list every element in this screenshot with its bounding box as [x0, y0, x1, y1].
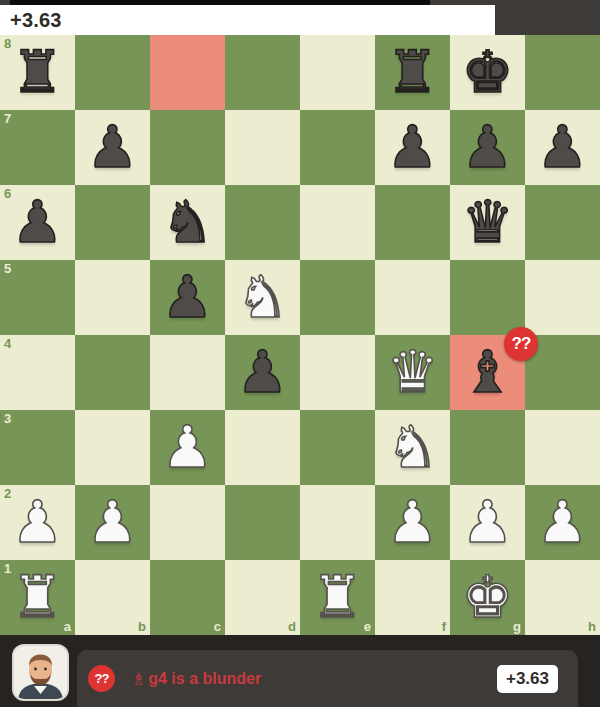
square-b6[interactable] [75, 185, 150, 260]
square-e8[interactable] [300, 35, 375, 110]
square-d8[interactable] [225, 35, 300, 110]
file-label-d: d [288, 620, 296, 633]
piece-black-queen[interactable]: ♛ [462, 185, 514, 260]
square-b2[interactable]: ♟ [75, 485, 150, 560]
file-label-e: e [364, 620, 371, 633]
piece-white-pawn[interactable]: ♟ [387, 485, 439, 560]
bishop-icon: ♗ [131, 669, 146, 689]
square-b5[interactable] [75, 260, 150, 335]
chess-board: 8♜♜♚7♟♟♟♟6♟♞♛5♟♞4♟♛♝??3♟♞2♟♟♟♟♟1a♜bcde♜f… [0, 35, 600, 635]
square-f4[interactable]: ♛ [375, 335, 450, 410]
piece-white-pawn[interactable]: ♟ [87, 485, 139, 560]
square-c5[interactable]: ♟ [150, 260, 225, 335]
square-f1[interactable]: f [375, 560, 450, 635]
rank-label-5: 5 [4, 262, 11, 275]
square-a1[interactable]: 1a♜ [0, 560, 75, 635]
blunder-move-badge: ?? [504, 327, 538, 361]
square-f8[interactable]: ♜ [375, 35, 450, 110]
square-g6[interactable]: ♛ [450, 185, 525, 260]
rank-label-3: 3 [4, 412, 11, 425]
piece-white-pawn[interactable]: ♟ [12, 485, 64, 560]
rank-label-6: 6 [4, 187, 11, 200]
piece-black-pawn[interactable]: ♟ [237, 335, 289, 410]
square-d5[interactable]: ♞ [225, 260, 300, 335]
square-c8[interactable] [150, 35, 225, 110]
piece-black-pawn[interactable]: ♟ [462, 110, 514, 185]
piece-white-knight[interactable]: ♞ [237, 260, 289, 335]
evaluation-bar-white-fill: +3.63 [0, 5, 495, 35]
piece-white-pawn[interactable]: ♟ [162, 410, 214, 485]
square-f2[interactable]: ♟ [375, 485, 450, 560]
square-g2[interactable]: ♟ [450, 485, 525, 560]
feedback-bar: ?? ♗ g4 is a blunder +3.63 [0, 635, 600, 707]
square-e5[interactable] [300, 260, 375, 335]
square-e1[interactable]: e♜ [300, 560, 375, 635]
square-d7[interactable] [225, 110, 300, 185]
piece-white-pawn[interactable]: ♟ [537, 485, 589, 560]
square-a4[interactable]: 4 [0, 335, 75, 410]
square-e2[interactable] [300, 485, 375, 560]
blunder-message-text: g4 is a blunder [148, 670, 261, 688]
square-b4[interactable] [75, 335, 150, 410]
square-d2[interactable] [225, 485, 300, 560]
piece-black-knight[interactable]: ♞ [162, 185, 214, 260]
square-f6[interactable] [375, 185, 450, 260]
square-h8[interactable] [525, 35, 600, 110]
square-h6[interactable] [525, 185, 600, 260]
piece-black-rook[interactable]: ♜ [12, 35, 64, 110]
square-b8[interactable] [75, 35, 150, 110]
square-b3[interactable] [75, 410, 150, 485]
blunder-badge-icon: ?? [88, 665, 115, 692]
blunder-message: ♗ g4 is a blunder [131, 669, 261, 689]
piece-black-pawn[interactable]: ♟ [12, 185, 64, 260]
eval-badge: +3.63 [497, 665, 558, 693]
square-c6[interactable]: ♞ [150, 185, 225, 260]
square-g4[interactable]: ♝?? [450, 335, 525, 410]
square-g5[interactable] [450, 260, 525, 335]
square-e3[interactable] [300, 410, 375, 485]
square-h1[interactable]: h [525, 560, 600, 635]
piece-black-rook[interactable]: ♜ [387, 35, 439, 110]
file-label-h: h [588, 620, 596, 633]
square-a2[interactable]: 2♟ [0, 485, 75, 560]
square-e4[interactable] [300, 335, 375, 410]
square-b7[interactable]: ♟ [75, 110, 150, 185]
rank-label-8: 8 [4, 37, 11, 50]
square-g8[interactable]: ♚ [450, 35, 525, 110]
rank-label-7: 7 [4, 112, 11, 125]
square-a5[interactable]: 5 [0, 260, 75, 335]
piece-black-pawn[interactable]: ♟ [162, 260, 214, 335]
square-f3[interactable]: ♞ [375, 410, 450, 485]
square-h5[interactable] [525, 260, 600, 335]
piece-white-rook[interactable]: ♜ [12, 560, 64, 635]
file-label-f: f [442, 620, 446, 633]
rank-label-4: 4 [4, 337, 11, 350]
square-h7[interactable]: ♟ [525, 110, 600, 185]
evaluation-bar: +3.63 [0, 0, 600, 35]
piece-white-knight[interactable]: ♞ [387, 410, 439, 485]
square-g3[interactable] [450, 410, 525, 485]
square-c1[interactable]: c [150, 560, 225, 635]
square-e7[interactable] [300, 110, 375, 185]
rank-label-2: 2 [4, 487, 11, 500]
piece-white-king[interactable]: ♚ [462, 560, 514, 635]
square-d3[interactable] [225, 410, 300, 485]
square-d1[interactable]: d [225, 560, 300, 635]
square-f5[interactable] [375, 260, 450, 335]
square-a8[interactable]: 8♜ [0, 35, 75, 110]
square-g7[interactable]: ♟ [450, 110, 525, 185]
square-a3[interactable]: 3 [0, 410, 75, 485]
square-f7[interactable]: ♟ [375, 110, 450, 185]
rank-label-1: 1 [4, 562, 11, 575]
square-h2[interactable]: ♟ [525, 485, 600, 560]
square-d4[interactable]: ♟ [225, 335, 300, 410]
piece-black-pawn[interactable]: ♟ [387, 110, 439, 185]
player-avatar[interactable] [14, 646, 67, 699]
file-label-g: g [513, 620, 521, 633]
piece-white-queen[interactable]: ♛ [387, 335, 439, 410]
piece-white-pawn[interactable]: ♟ [462, 485, 514, 560]
evaluation-score: +3.63 [10, 9, 62, 32]
file-label-b: b [138, 620, 146, 633]
square-a6[interactable]: 6♟ [0, 185, 75, 260]
square-c7[interactable] [150, 110, 225, 185]
piece-black-king[interactable]: ♚ [462, 35, 514, 110]
top-hairline [10, 0, 430, 5]
player-avatar-image [14, 646, 67, 699]
move-feedback-panel[interactable]: ?? ♗ g4 is a blunder +3.63 [77, 650, 578, 707]
square-b1[interactable]: b [75, 560, 150, 635]
piece-black-pawn[interactable]: ♟ [87, 110, 139, 185]
piece-white-rook[interactable]: ♜ [312, 560, 364, 635]
file-label-a: a [64, 620, 71, 633]
square-e6[interactable] [300, 185, 375, 260]
square-d6[interactable] [225, 185, 300, 260]
square-a7[interactable]: 7 [0, 110, 75, 185]
file-label-c: c [214, 620, 221, 633]
square-c2[interactable] [150, 485, 225, 560]
square-c3[interactable]: ♟ [150, 410, 225, 485]
square-c4[interactable] [150, 335, 225, 410]
square-h3[interactable] [525, 410, 600, 485]
piece-black-pawn[interactable]: ♟ [537, 110, 589, 185]
square-g1[interactable]: g♚ [450, 560, 525, 635]
